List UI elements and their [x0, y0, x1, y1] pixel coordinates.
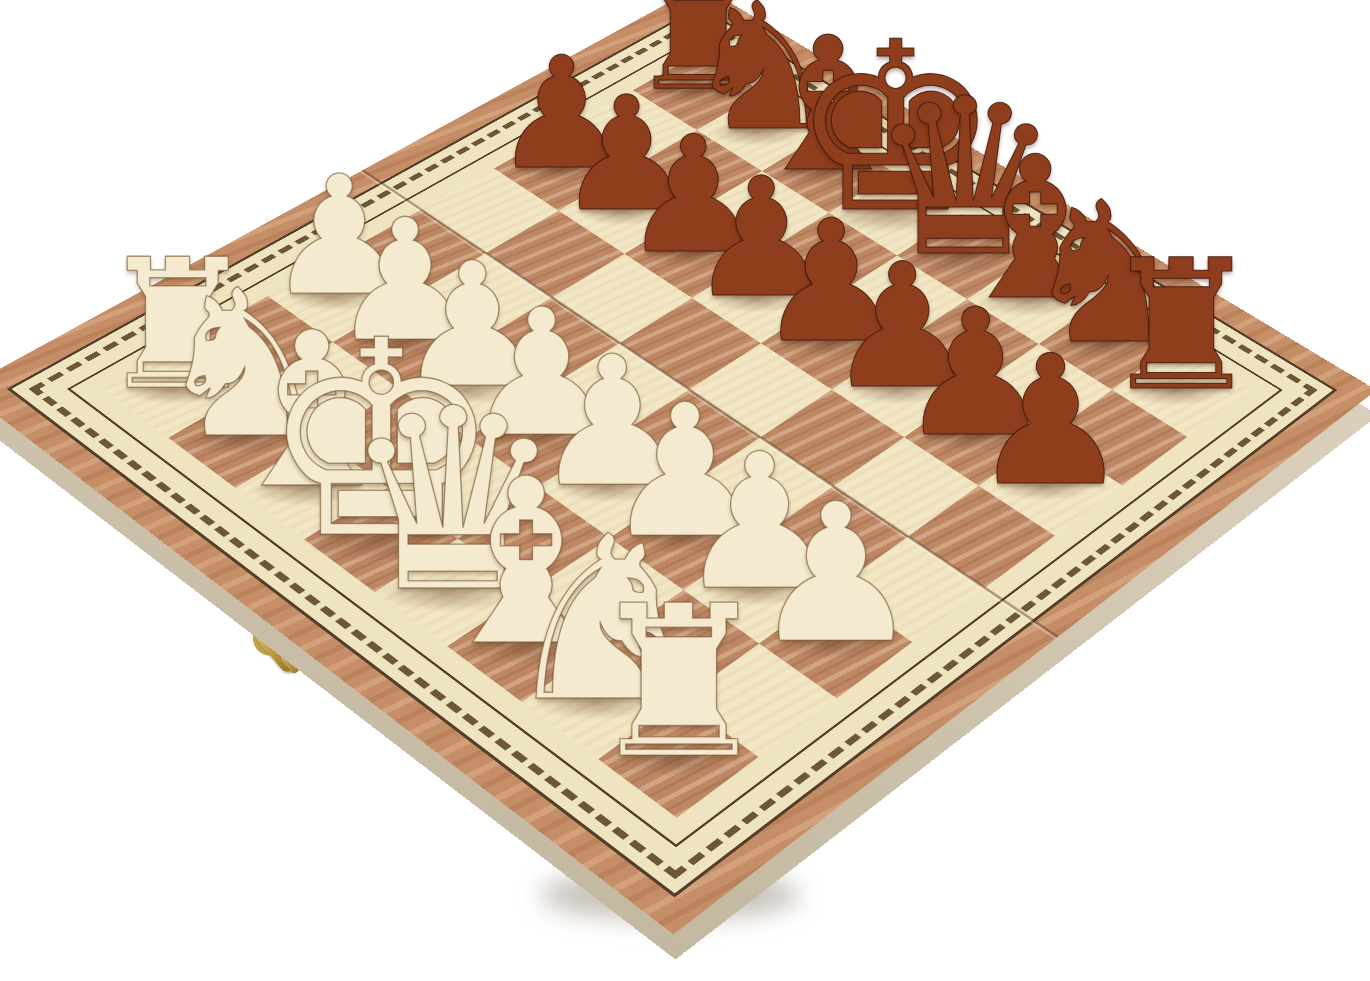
piece-black-pawn-h6: ♟ [970, 331, 1131, 510]
pieces-layer: ♜♞♝♚♛♝♞♜♟♟♟♟♟♟♟♟♟♟♟♟♟♟♟♟♜♞♝♚♛♝♞♜ [0, 0, 1370, 981]
piece-white-pawn-h3: ♟ [750, 478, 922, 669]
piece-white-rook-h1: ♜ [585, 578, 773, 787]
product-photo: AA11BB22CC33DD44EE55FF66GG77HH88 ♜♞♝♚♛♝♞… [0, 0, 1370, 981]
